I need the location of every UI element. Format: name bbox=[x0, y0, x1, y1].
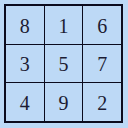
cell-r3c1: 4 bbox=[6, 83, 44, 121]
cell-value: 9 bbox=[58, 91, 68, 113]
cell-r2c1: 3 bbox=[6, 45, 44, 83]
cell-value: 2 bbox=[97, 91, 107, 113]
cell-value: 7 bbox=[97, 52, 107, 74]
cell-value: 1 bbox=[58, 14, 68, 36]
cell-value: 8 bbox=[20, 14, 30, 36]
cell-r1c1: 8 bbox=[6, 6, 44, 44]
cell-value: 3 bbox=[20, 52, 30, 74]
magic-square-diagram: 8 1 6 3 5 7 4 9 2 bbox=[0, 0, 128, 128]
cell-value: 6 bbox=[97, 14, 107, 36]
magic-square-board: 8 1 6 3 5 7 4 9 2 bbox=[4, 4, 123, 123]
cell-r3c2: 9 bbox=[45, 83, 83, 121]
cell-r2c3: 7 bbox=[83, 45, 121, 83]
cell-r1c2: 1 bbox=[45, 6, 83, 44]
cell-value: 4 bbox=[20, 91, 30, 113]
cell-r2c2: 5 bbox=[45, 45, 83, 83]
cell-r3c3: 2 bbox=[83, 83, 121, 121]
cell-value: 5 bbox=[58, 52, 68, 74]
cell-r1c3: 6 bbox=[83, 6, 121, 44]
